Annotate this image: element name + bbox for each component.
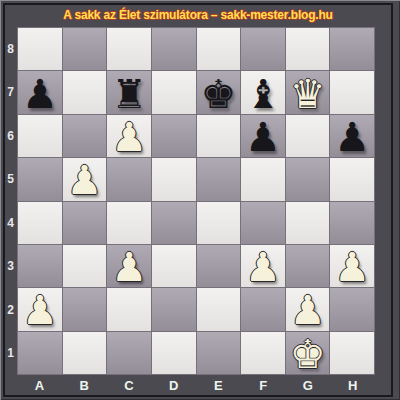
square-d3[interactable] xyxy=(152,245,196,287)
file-label-a: A xyxy=(17,376,62,394)
square-f1[interactable] xyxy=(241,332,285,374)
white-pawn: ♟ xyxy=(22,290,58,330)
black-pawn: ♟ xyxy=(22,74,58,114)
white-queen: ♛ xyxy=(290,74,326,114)
file-label-e: E xyxy=(196,376,241,394)
file-label-h: H xyxy=(330,376,375,394)
square-c2[interactable] xyxy=(107,288,151,330)
square-c8[interactable] xyxy=(107,28,151,70)
file-label-d: D xyxy=(151,376,196,394)
square-f3[interactable]: ♟ xyxy=(241,245,285,287)
square-g2[interactable]: ♟ xyxy=(286,288,330,330)
square-d7[interactable] xyxy=(152,71,196,113)
square-a4[interactable] xyxy=(18,202,62,244)
file-label-f: F xyxy=(241,376,286,394)
square-e4[interactable] xyxy=(197,202,241,244)
square-f4[interactable] xyxy=(241,202,285,244)
chess-board: ♟♜♚♝♛♟♟♟♟♟♟♟♟♟♚ xyxy=(17,27,375,375)
square-b1[interactable] xyxy=(63,332,107,374)
square-a5[interactable] xyxy=(18,158,62,200)
black-pawn: ♟ xyxy=(245,117,281,157)
file-label-b: B xyxy=(62,376,107,394)
square-f8[interactable] xyxy=(241,28,285,70)
square-e1[interactable] xyxy=(197,332,241,374)
rank-label-5: 5 xyxy=(4,158,17,202)
square-h1[interactable] xyxy=(330,332,374,374)
square-g1[interactable]: ♚ xyxy=(286,332,330,374)
square-b5[interactable]: ♟ xyxy=(63,158,107,200)
square-b8[interactable] xyxy=(63,28,107,70)
square-b3[interactable] xyxy=(63,245,107,287)
rank-label-1: 1 xyxy=(4,332,17,376)
file-label-c: C xyxy=(107,376,152,394)
square-e2[interactable] xyxy=(197,288,241,330)
black-king: ♚ xyxy=(200,74,236,114)
square-c7[interactable]: ♜ xyxy=(107,71,151,113)
square-h2[interactable] xyxy=(330,288,374,330)
black-pawn: ♟ xyxy=(334,117,370,157)
white-pawn: ♟ xyxy=(245,247,281,287)
square-h5[interactable] xyxy=(330,158,374,200)
file-label-g: G xyxy=(286,376,331,394)
white-pawn: ♟ xyxy=(334,247,370,287)
file-labels: ABCDEFGH xyxy=(17,376,375,394)
square-a7[interactable]: ♟ xyxy=(18,71,62,113)
square-e5[interactable] xyxy=(197,158,241,200)
square-g4[interactable] xyxy=(286,202,330,244)
square-f6[interactable]: ♟ xyxy=(241,115,285,157)
square-a6[interactable] xyxy=(18,115,62,157)
square-d2[interactable] xyxy=(152,288,196,330)
rank-label-6: 6 xyxy=(4,114,17,158)
square-d8[interactable] xyxy=(152,28,196,70)
black-rook: ♜ xyxy=(111,74,147,114)
white-pawn: ♟ xyxy=(111,247,147,287)
white-pawn: ♟ xyxy=(290,290,326,330)
white-king: ♚ xyxy=(290,334,326,374)
square-h8[interactable] xyxy=(330,28,374,70)
square-g8[interactable] xyxy=(286,28,330,70)
square-c6[interactable]: ♟ xyxy=(107,115,151,157)
page-title: A sakk az Élet szimulátora – sakk-mester… xyxy=(63,8,332,22)
square-d4[interactable] xyxy=(152,202,196,244)
white-pawn: ♟ xyxy=(111,117,147,157)
chess-widget: A sakk az Élet szimulátora – sakk-mester… xyxy=(0,0,400,400)
square-f7[interactable]: ♝ xyxy=(241,71,285,113)
square-f5[interactable] xyxy=(241,158,285,200)
square-e3[interactable] xyxy=(197,245,241,287)
rank-labels: 87654321 xyxy=(4,27,17,375)
square-h4[interactable] xyxy=(330,202,374,244)
square-b6[interactable] xyxy=(63,115,107,157)
title-bar: A sakk az Élet szimulátora – sakk-mester… xyxy=(8,4,388,25)
square-c5[interactable] xyxy=(107,158,151,200)
square-c4[interactable] xyxy=(107,202,151,244)
square-g6[interactable] xyxy=(286,115,330,157)
rank-label-7: 7 xyxy=(4,71,17,115)
square-b2[interactable] xyxy=(63,288,107,330)
square-d6[interactable] xyxy=(152,115,196,157)
rank-label-4: 4 xyxy=(4,201,17,245)
square-e7[interactable]: ♚ xyxy=(197,71,241,113)
square-b7[interactable] xyxy=(63,71,107,113)
square-e6[interactable] xyxy=(197,115,241,157)
square-g5[interactable] xyxy=(286,158,330,200)
rank-label-2: 2 xyxy=(4,288,17,332)
square-a1[interactable] xyxy=(18,332,62,374)
rank-label-8: 8 xyxy=(4,27,17,71)
square-a8[interactable] xyxy=(18,28,62,70)
square-b4[interactable] xyxy=(63,202,107,244)
square-h6[interactable]: ♟ xyxy=(330,115,374,157)
square-c3[interactable]: ♟ xyxy=(107,245,151,287)
square-d1[interactable] xyxy=(152,332,196,374)
square-h3[interactable]: ♟ xyxy=(330,245,374,287)
square-a3[interactable] xyxy=(18,245,62,287)
square-d5[interactable] xyxy=(152,158,196,200)
square-c1[interactable] xyxy=(107,332,151,374)
square-g7[interactable]: ♛ xyxy=(286,71,330,113)
square-f2[interactable] xyxy=(241,288,285,330)
square-h7[interactable] xyxy=(330,71,374,113)
black-bishop: ♝ xyxy=(245,74,281,114)
square-e8[interactable] xyxy=(197,28,241,70)
rank-label-3: 3 xyxy=(4,245,17,289)
white-pawn: ♟ xyxy=(67,160,103,200)
square-a2[interactable]: ♟ xyxy=(18,288,62,330)
square-g3[interactable] xyxy=(286,245,330,287)
